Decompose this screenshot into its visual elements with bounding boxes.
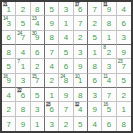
cell-r2c5[interactable]: 1 xyxy=(59,16,73,30)
solved-digit: 1 xyxy=(64,20,68,28)
cell-r2c2[interactable]: 5 xyxy=(16,16,30,30)
solved-digit: 9 xyxy=(122,49,126,57)
solved-digit: 1 xyxy=(35,121,39,129)
cell-r6c4[interactable]: 2 xyxy=(45,74,59,88)
cage-sum: 15 xyxy=(32,74,37,79)
cell-r6c2[interactable]: 3 xyxy=(16,74,30,88)
cell-r8c2[interactable]: 8 xyxy=(16,102,30,116)
solved-digit: 1 xyxy=(49,92,53,100)
solved-digit: 8 xyxy=(35,6,39,14)
cage-sum: 8 xyxy=(103,45,105,50)
cage-sum: 24 xyxy=(17,31,22,36)
solved-digit: 6 xyxy=(122,20,126,28)
solved-digit: 9 xyxy=(78,63,82,71)
cell-r9c1[interactable]: 7 xyxy=(2,117,16,131)
solved-digit: 9 xyxy=(64,92,68,100)
cell-r7c5[interactable]: 9 xyxy=(59,88,73,102)
cage-sum: 23 xyxy=(46,102,50,107)
solved-digit: 2 xyxy=(107,49,111,57)
solved-digit: 2 xyxy=(35,63,39,71)
cage-sum: 24 xyxy=(60,74,65,79)
cell-r8c8[interactable]: 165 xyxy=(102,102,116,116)
cage-sum: 14 xyxy=(3,16,8,21)
solved-digit: 5 xyxy=(49,6,53,14)
solved-digit: 2 xyxy=(64,121,68,129)
solved-digit: 8 xyxy=(49,34,53,42)
cell-r6c5[interactable]: 248 xyxy=(59,74,73,88)
solved-digit: 2 xyxy=(122,92,126,100)
cell-r9c5[interactable]: 2 xyxy=(59,117,73,131)
cell-r5c9[interactable]: 237 xyxy=(117,59,131,73)
cell-r1c1[interactable]: 211 xyxy=(2,2,16,16)
cell-r4c4[interactable]: 7 xyxy=(45,45,59,59)
cell-r3c5[interactable]: 4 xyxy=(59,31,73,45)
cell-r8c5[interactable]: 7 xyxy=(59,102,73,116)
solved-digit: 3 xyxy=(49,121,53,129)
cage-sum: 11 xyxy=(103,74,107,79)
cell-r8c9[interactable]: 1 xyxy=(117,102,131,116)
solved-digit: 3 xyxy=(78,49,82,57)
cell-r6c8[interactable]: 114 xyxy=(102,74,116,88)
cage-sum: 17 xyxy=(75,2,79,7)
cell-r7c6[interactable]: 8 xyxy=(74,88,88,102)
solved-digit: 3 xyxy=(35,106,39,114)
solved-digit: 7 xyxy=(6,121,10,129)
solved-digit: 9 xyxy=(49,20,53,28)
cell-r7c9[interactable]: 2 xyxy=(117,88,131,102)
solved-digit: 6 xyxy=(35,49,39,57)
cell-r2c7[interactable]: 2 xyxy=(88,16,102,30)
solved-digit: 8 xyxy=(21,106,25,114)
solved-digit: 4 xyxy=(64,34,68,42)
solved-digit: 8 xyxy=(107,20,111,28)
solved-digit: 6 xyxy=(49,106,53,114)
cell-r8c6[interactable]: 124 xyxy=(74,102,88,116)
solved-digit: 1 xyxy=(122,106,126,114)
cell-r8c3[interactable]: 3 xyxy=(31,102,45,116)
solved-digit: 9 xyxy=(92,106,96,114)
cell-r1c2[interactable]: 2 xyxy=(16,2,30,16)
cell-r9c9[interactable]: 8 xyxy=(117,117,131,131)
solved-digit: 5 xyxy=(6,63,10,71)
cell-r2c1[interactable]: 143 xyxy=(2,16,16,30)
solved-digit: 5 xyxy=(122,77,126,85)
cell-r5c8[interactable]: 3 xyxy=(102,59,116,73)
solved-digit: 6 xyxy=(21,92,25,100)
cell-r1c9[interactable]: 4 xyxy=(117,2,131,16)
cell-r1c5[interactable]: 3 xyxy=(59,2,73,16)
cell-r9c2[interactable]: 9 xyxy=(16,117,30,131)
solved-digit: 1 xyxy=(6,6,10,14)
cell-r8c4[interactable]: 236 xyxy=(45,102,59,116)
solved-digit: 3 xyxy=(21,77,25,85)
solved-digit: 7 xyxy=(78,20,82,28)
sudoku-board: 2112853176711941435134917286624730984251… xyxy=(0,0,133,133)
solved-digit: 1 xyxy=(107,34,111,42)
cell-r9c8[interactable]: 6 xyxy=(102,117,116,131)
solved-digit: 7 xyxy=(64,106,68,114)
cell-r8c7[interactable]: 9 xyxy=(88,102,102,116)
cell-r9c7[interactable]: 4 xyxy=(88,117,102,131)
solved-digit: 1 xyxy=(21,63,25,71)
cell-r8c1[interactable]: 2 xyxy=(2,102,16,116)
solved-digit: 3 xyxy=(122,34,126,42)
cell-r9c4[interactable]: 3 xyxy=(45,117,59,131)
cell-r9c6[interactable]: 5 xyxy=(74,117,88,131)
cell-r5c2[interactable]: 71 xyxy=(16,59,30,73)
solved-digit: 5 xyxy=(64,49,68,57)
cell-r7c3[interactable]: 5 xyxy=(31,88,45,102)
cage-sum: 30 xyxy=(32,31,37,36)
cell-r3c2[interactable]: 247 xyxy=(16,31,30,45)
solved-digit: 9 xyxy=(21,121,25,129)
cell-r5c4[interactable]: 4 xyxy=(45,59,59,73)
solved-digit: 2 xyxy=(21,6,25,14)
solved-digit: 6 xyxy=(6,34,10,42)
cell-r3c9[interactable]: 3 xyxy=(117,31,131,45)
cell-r3c8[interactable]: 1 xyxy=(102,31,116,45)
cage-sum: 12 xyxy=(75,102,79,107)
cell-r1c3[interactable]: 8 xyxy=(31,2,45,16)
cell-r6c6[interactable]: 101 xyxy=(74,74,88,88)
solved-digit: 7 xyxy=(107,92,111,100)
cell-r4c3[interactable]: 6 xyxy=(31,45,45,59)
cage-sum: 7 xyxy=(17,59,19,64)
cell-r6c1[interactable]: 169 xyxy=(2,74,16,88)
solved-digit: 5 xyxy=(92,34,96,42)
cell-r5c3[interactable]: 2 xyxy=(31,59,45,73)
cell-r5c6[interactable]: 9 xyxy=(74,59,88,73)
solved-digit: 7 xyxy=(122,63,126,71)
cell-r4c5[interactable]: 5 xyxy=(59,45,73,59)
solved-digit: 8 xyxy=(92,63,96,71)
cage-sum: 16 xyxy=(103,102,108,107)
solved-digit: 7 xyxy=(49,49,53,57)
solved-digit: 7 xyxy=(92,6,96,14)
cell-r7c4[interactable]: 1 xyxy=(45,88,59,102)
solved-digit: 8 xyxy=(78,92,82,100)
solved-digit: 2 xyxy=(92,20,96,28)
cell-r2c8[interactable]: 8 xyxy=(102,16,116,30)
cell-r6c3[interactable]: 157 xyxy=(31,74,45,88)
solved-digit: 6 xyxy=(107,121,111,129)
cell-r4c1[interactable]: 8 xyxy=(2,45,16,59)
cage-sum: 23 xyxy=(118,59,123,64)
cell-r7c8[interactable]: 7 xyxy=(102,88,116,102)
cage-sum: 13 xyxy=(32,16,37,21)
cell-r1c7[interactable]: 7 xyxy=(88,2,102,16)
cage-sum: 16 xyxy=(3,74,8,79)
cell-r6c7[interactable]: 6 xyxy=(88,74,102,88)
cage-sum: 22 xyxy=(17,88,21,93)
cell-r2c3[interactable]: 134 xyxy=(31,16,45,30)
cell-r2c9[interactable]: 6 xyxy=(117,16,131,30)
cell-r7c7[interactable]: 3 xyxy=(88,88,102,102)
cage-sum: 21 xyxy=(3,2,7,7)
cell-r4c7[interactable]: 1 xyxy=(88,45,102,59)
cell-r9c3[interactable]: 1 xyxy=(31,117,45,131)
cage-sum: 11 xyxy=(103,2,107,7)
solved-digit: 2 xyxy=(6,106,10,114)
solved-digit: 2 xyxy=(78,34,82,42)
solved-digit: 8 xyxy=(122,121,126,129)
cell-r2c4[interactable]: 9 xyxy=(45,16,59,30)
cell-r4c6[interactable]: 3 xyxy=(74,45,88,59)
solved-digit: 5 xyxy=(35,92,39,100)
cell-r6c9[interactable]: 5 xyxy=(117,74,131,88)
cell-r7c2[interactable]: 226 xyxy=(16,88,30,102)
solved-digit: 8 xyxy=(6,49,10,57)
cell-r1c8[interactable]: 119 xyxy=(102,2,116,16)
cell-r2c6[interactable]: 7 xyxy=(74,16,88,30)
solved-digit: 4 xyxy=(78,106,82,114)
solved-digit: 2 xyxy=(49,77,53,85)
solved-digit: 4 xyxy=(92,121,96,129)
cell-r4c8[interactable]: 82 xyxy=(102,45,116,59)
cell-r1c6[interactable]: 176 xyxy=(74,2,88,16)
solved-digit: 3 xyxy=(92,92,96,100)
solved-digit: 1 xyxy=(92,49,96,57)
solved-digit: 4 xyxy=(122,6,126,14)
cell-r3c4[interactable]: 8 xyxy=(45,31,59,45)
solved-digit: 4 xyxy=(6,92,10,100)
cell-r7c1[interactable]: 4 xyxy=(2,88,16,102)
cell-r5c5[interactable]: 6 xyxy=(59,59,73,73)
cell-r4c2[interactable]: 4 xyxy=(16,45,30,59)
solved-digit: 4 xyxy=(21,49,25,57)
solved-digit: 3 xyxy=(107,63,111,71)
cell-r3c1[interactable]: 6 xyxy=(2,31,16,45)
solved-digit: 3 xyxy=(64,6,68,14)
cell-r5c7[interactable]: 8 xyxy=(88,59,102,73)
cell-r3c3[interactable]: 309 xyxy=(31,31,45,45)
cell-r1c4[interactable]: 5 xyxy=(45,2,59,16)
cell-r4c9[interactable]: 9 xyxy=(117,45,131,59)
solved-digit: 5 xyxy=(21,20,25,28)
cell-r5c1[interactable]: 5 xyxy=(2,59,16,73)
cell-r3c6[interactable]: 2 xyxy=(74,31,88,45)
solved-digit: 5 xyxy=(78,121,82,129)
cage-sum: 10 xyxy=(75,74,80,79)
cell-r3c7[interactable]: 5 xyxy=(88,31,102,45)
solved-digit: 6 xyxy=(64,63,68,71)
solved-digit: 9 xyxy=(107,6,111,14)
solved-digit: 6 xyxy=(92,77,96,85)
solved-digit: 4 xyxy=(49,63,53,71)
